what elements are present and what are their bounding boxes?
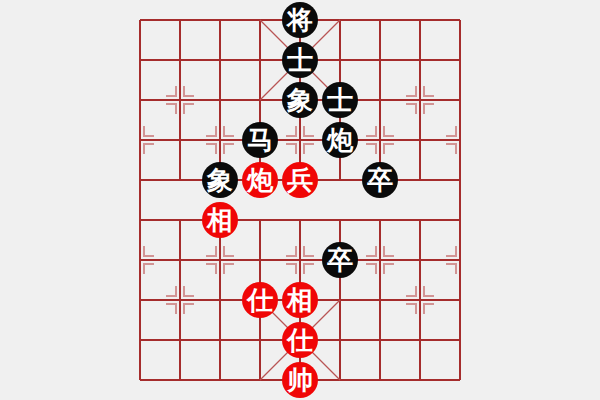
point-d2[interactable]: 仕: [240, 280, 280, 320]
point-b5[interactable]: [160, 160, 200, 200]
red-cannon-piece[interactable]: 炮: [242, 162, 278, 198]
point-b9[interactable]: [160, 0, 200, 40]
point-d1[interactable]: [240, 320, 280, 360]
point-h9[interactable]: [400, 0, 440, 40]
point-e8[interactable]: 士: [280, 40, 320, 80]
point-c4[interactable]: 相: [200, 200, 240, 240]
black-cannon-piece[interactable]: 炮: [322, 122, 358, 158]
point-f9[interactable]: [320, 0, 360, 40]
point-i7[interactable]: [440, 80, 480, 120]
point-b0[interactable]: [160, 360, 200, 400]
point-a6[interactable]: [120, 120, 160, 160]
point-a1[interactable]: [120, 320, 160, 360]
black-elephant-piece[interactable]: 象: [202, 162, 238, 198]
point-f6[interactable]: 炮: [320, 120, 360, 160]
point-c0[interactable]: [200, 360, 240, 400]
red-advisor-piece[interactable]: 仕: [242, 282, 278, 318]
point-g6[interactable]: [360, 120, 400, 160]
point-f2[interactable]: [320, 280, 360, 320]
black-advisor-piece[interactable]: 士: [322, 82, 358, 118]
point-g3[interactable]: [360, 240, 400, 280]
point-c5[interactable]: 象: [200, 160, 240, 200]
point-i1[interactable]: [440, 320, 480, 360]
xiangqi-app-screen: 将士象士马炮象炮兵卒相卒仕相仕帅: [0, 0, 600, 400]
point-c2[interactable]: [200, 280, 240, 320]
point-g1[interactable]: [360, 320, 400, 360]
point-c8[interactable]: [200, 40, 240, 80]
black-elephant-piece[interactable]: 象: [282, 82, 318, 118]
point-b8[interactable]: [160, 40, 200, 80]
red-soldier-piece[interactable]: 兵: [282, 162, 318, 198]
point-a5[interactable]: [120, 160, 160, 200]
point-i5[interactable]: [440, 160, 480, 200]
point-e3[interactable]: [280, 240, 320, 280]
point-f0[interactable]: [320, 360, 360, 400]
point-g7[interactable]: [360, 80, 400, 120]
point-a0[interactable]: [120, 360, 160, 400]
point-c6[interactable]: [200, 120, 240, 160]
point-e9[interactable]: 将: [280, 0, 320, 40]
point-b3[interactable]: [160, 240, 200, 280]
point-e7[interactable]: 象: [280, 80, 320, 120]
point-e6[interactable]: [280, 120, 320, 160]
point-i8[interactable]: [440, 40, 480, 80]
point-a9[interactable]: [120, 0, 160, 40]
point-d9[interactable]: [240, 0, 280, 40]
point-c9[interactable]: [200, 0, 240, 40]
point-c7[interactable]: [200, 80, 240, 120]
point-g0[interactable]: [360, 360, 400, 400]
black-soldier-piece[interactable]: 卒: [322, 242, 358, 278]
point-i9[interactable]: [440, 0, 480, 40]
point-i6[interactable]: [440, 120, 480, 160]
point-d8[interactable]: [240, 40, 280, 80]
point-e1[interactable]: 仕: [280, 320, 320, 360]
black-advisor-piece[interactable]: 士: [282, 42, 318, 78]
point-e4[interactable]: [280, 200, 320, 240]
point-b4[interactable]: [160, 200, 200, 240]
point-g4[interactable]: [360, 200, 400, 240]
red-advisor-piece[interactable]: 仕: [282, 322, 318, 358]
point-i3[interactable]: [440, 240, 480, 280]
point-h3[interactable]: [400, 240, 440, 280]
point-d0[interactable]: [240, 360, 280, 400]
point-e0[interactable]: 帅: [280, 360, 320, 400]
black-horse-piece[interactable]: 马: [242, 122, 278, 158]
point-h0[interactable]: [400, 360, 440, 400]
point-c1[interactable]: [200, 320, 240, 360]
red-general-piece[interactable]: 帅: [282, 362, 318, 398]
point-d3[interactable]: [240, 240, 280, 280]
point-f7[interactable]: 士: [320, 80, 360, 120]
point-b2[interactable]: [160, 280, 200, 320]
point-a7[interactable]: [120, 80, 160, 120]
point-h2[interactable]: [400, 280, 440, 320]
point-f4[interactable]: [320, 200, 360, 240]
point-h1[interactable]: [400, 320, 440, 360]
point-d5[interactable]: 炮: [240, 160, 280, 200]
point-a3[interactable]: [120, 240, 160, 280]
point-e2[interactable]: 相: [280, 280, 320, 320]
point-h5[interactable]: [400, 160, 440, 200]
point-a4[interactable]: [120, 200, 160, 240]
point-g9[interactable]: [360, 0, 400, 40]
point-h7[interactable]: [400, 80, 440, 120]
point-g8[interactable]: [360, 40, 400, 80]
point-b1[interactable]: [160, 320, 200, 360]
point-f1[interactable]: [320, 320, 360, 360]
point-f3[interactable]: 卒: [320, 240, 360, 280]
red-elephant-piece[interactable]: 相: [202, 202, 238, 238]
point-i2[interactable]: [440, 280, 480, 320]
point-b6[interactable]: [160, 120, 200, 160]
point-c3[interactable]: [200, 240, 240, 280]
point-f5[interactable]: [320, 160, 360, 200]
point-d4[interactable]: [240, 200, 280, 240]
point-i4[interactable]: [440, 200, 480, 240]
point-h6[interactable]: [400, 120, 440, 160]
point-g2[interactable]: [360, 280, 400, 320]
black-general-piece[interactable]: 将: [282, 2, 318, 38]
point-e5[interactable]: 兵: [280, 160, 320, 200]
black-soldier-piece[interactable]: 卒: [362, 162, 398, 198]
xiangqi-board: 将士象士马炮象炮兵卒相卒仕相仕帅: [120, 0, 480, 400]
red-elephant-piece[interactable]: 相: [282, 282, 318, 318]
point-i0[interactable]: [440, 360, 480, 400]
point-f8[interactable]: [320, 40, 360, 80]
point-d7[interactable]: [240, 80, 280, 120]
point-g5[interactable]: 卒: [360, 160, 400, 200]
point-h8[interactable]: [400, 40, 440, 80]
point-b7[interactable]: [160, 80, 200, 120]
point-a2[interactable]: [120, 280, 160, 320]
point-h4[interactable]: [400, 200, 440, 240]
point-d6[interactable]: 马: [240, 120, 280, 160]
point-a8[interactable]: [120, 40, 160, 80]
